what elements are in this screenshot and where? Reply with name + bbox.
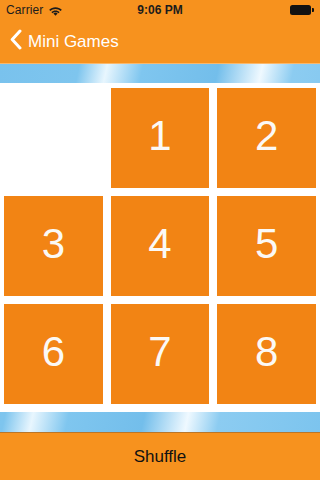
shuffle-button[interactable]: Shuffle bbox=[134, 447, 187, 467]
status-bar: Carrier 9:06 PM bbox=[0, 0, 320, 20]
game-background: 12345678 bbox=[0, 64, 320, 432]
battery-full-icon bbox=[290, 5, 311, 15]
tile-7[interactable]: 7 bbox=[111, 304, 210, 404]
tile-5[interactable]: 5 bbox=[217, 196, 316, 296]
tile-6[interactable]: 6 bbox=[4, 304, 103, 404]
app-screen: Carrier 9:06 PM Mini Games bbox=[0, 0, 320, 480]
tile-4[interactable]: 4 bbox=[111, 196, 210, 296]
clock: 9:06 PM bbox=[0, 0, 320, 20]
tile-3[interactable]: 3 bbox=[4, 196, 103, 296]
puzzle-board: 12345678 bbox=[0, 83, 320, 412]
tile-1[interactable]: 1 bbox=[111, 88, 210, 188]
back-button[interactable]: Mini Games bbox=[0, 20, 119, 63]
chevron-left-icon bbox=[9, 29, 22, 54]
tile-8[interactable]: 8 bbox=[217, 304, 316, 404]
back-button-label: Mini Games bbox=[28, 32, 119, 52]
navigation-bar: Mini Games bbox=[0, 20, 320, 64]
empty-cell bbox=[4, 88, 103, 188]
bottom-toolbar: Shuffle bbox=[0, 432, 320, 480]
tile-2[interactable]: 2 bbox=[217, 88, 316, 188]
